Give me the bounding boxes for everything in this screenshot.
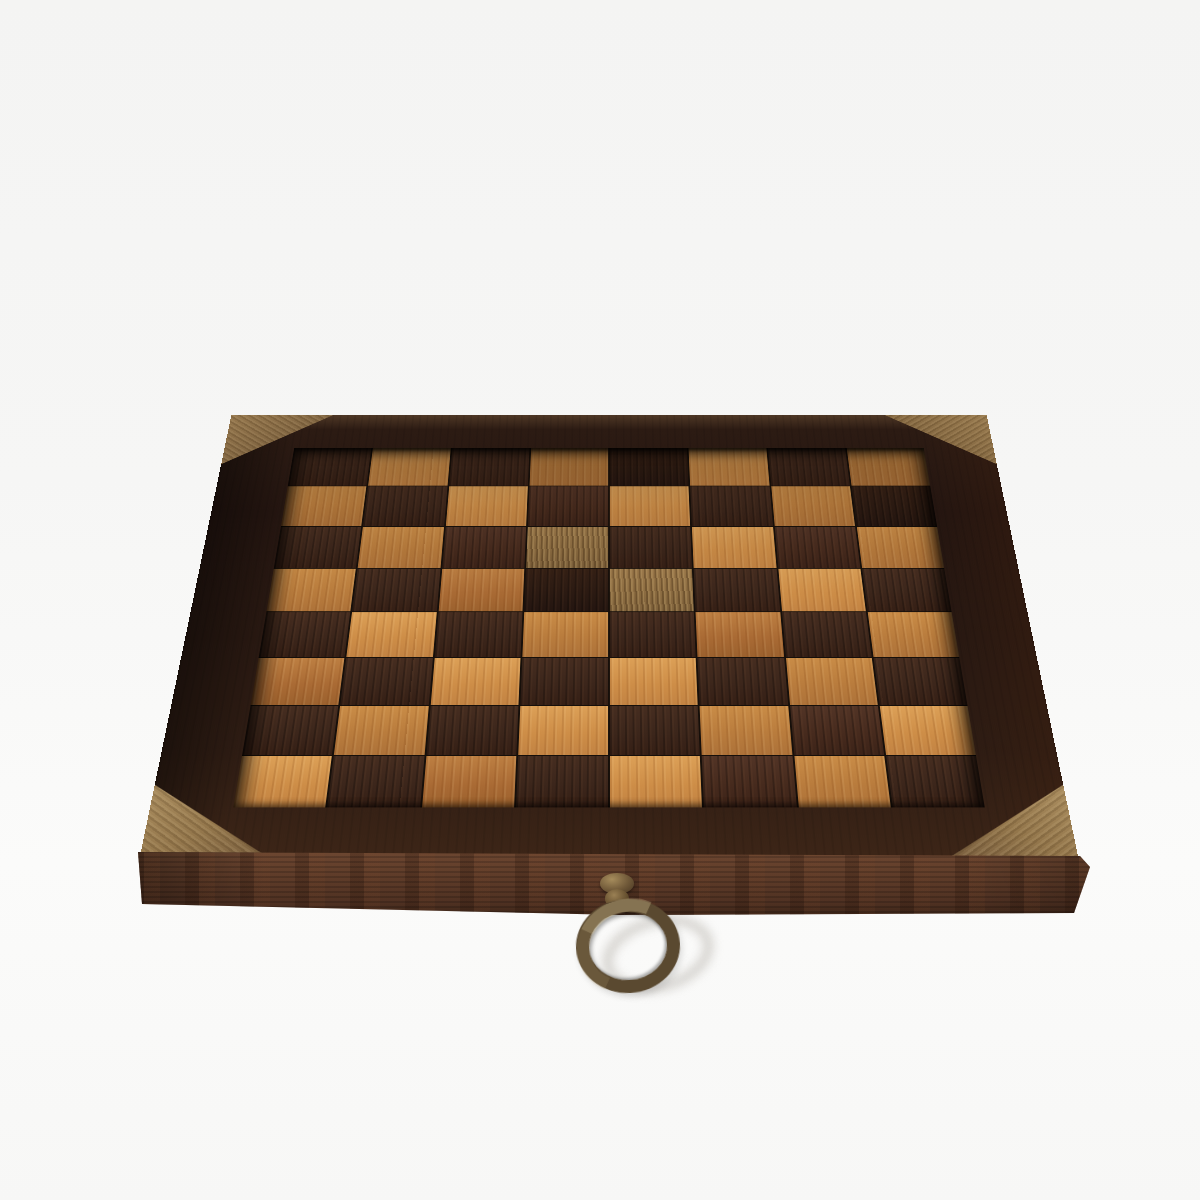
board-square [768, 448, 850, 486]
board-square [862, 569, 952, 612]
board-frame [140, 415, 1078, 856]
board-square [847, 448, 931, 486]
board-square [522, 612, 608, 657]
board-square [868, 612, 960, 657]
board-square [610, 706, 700, 755]
board-square [449, 448, 529, 486]
board-square [526, 527, 608, 568]
board-square [267, 569, 357, 612]
board-square [690, 486, 772, 525]
board-square [281, 486, 367, 525]
board-square [288, 448, 372, 486]
board-square [880, 706, 976, 755]
board-square [422, 756, 516, 807]
board-square [368, 448, 450, 486]
board-square [426, 706, 518, 755]
board-square [434, 612, 522, 657]
board-square [851, 486, 937, 525]
product-photo-background [0, 0, 1200, 1200]
board-square [347, 612, 437, 657]
chessboard [140, 415, 1078, 856]
board-square [358, 527, 444, 568]
board-square [702, 756, 796, 807]
board-square [771, 486, 855, 525]
board-square [786, 658, 878, 705]
board-square [334, 706, 428, 755]
board-square [696, 612, 784, 657]
board-square [774, 527, 860, 568]
board-square [610, 658, 698, 705]
board-square [528, 486, 609, 525]
board-square [524, 569, 608, 612]
board-square [700, 706, 792, 755]
board-square [233, 756, 332, 807]
board-square [445, 486, 527, 525]
board-square [694, 569, 780, 612]
board-square [692, 527, 776, 568]
board-square [251, 658, 345, 705]
board-square [782, 612, 872, 657]
board-square [886, 756, 985, 807]
board-square [352, 569, 440, 612]
board-square [698, 658, 788, 705]
board-square [520, 658, 608, 705]
board-square [610, 569, 694, 612]
board-square [778, 569, 866, 612]
board-square [242, 706, 338, 755]
playing-field [233, 448, 985, 807]
board-square [794, 756, 891, 807]
board-square [790, 706, 884, 755]
board-square [430, 658, 520, 705]
board-square [438, 569, 524, 612]
board-square [873, 658, 967, 705]
board-square [857, 527, 944, 568]
board-square [610, 756, 702, 807]
board-square [516, 756, 608, 807]
board-square [610, 527, 692, 568]
board-square [327, 756, 424, 807]
board-square [363, 486, 447, 525]
board-square [529, 448, 608, 486]
board-square [518, 706, 608, 755]
board-square [340, 658, 432, 705]
board-square [610, 612, 696, 657]
board-square [442, 527, 526, 568]
board-square [689, 448, 769, 486]
board-square [274, 527, 361, 568]
board-square [259, 612, 351, 657]
board-square [610, 486, 691, 525]
board-square [610, 448, 689, 486]
